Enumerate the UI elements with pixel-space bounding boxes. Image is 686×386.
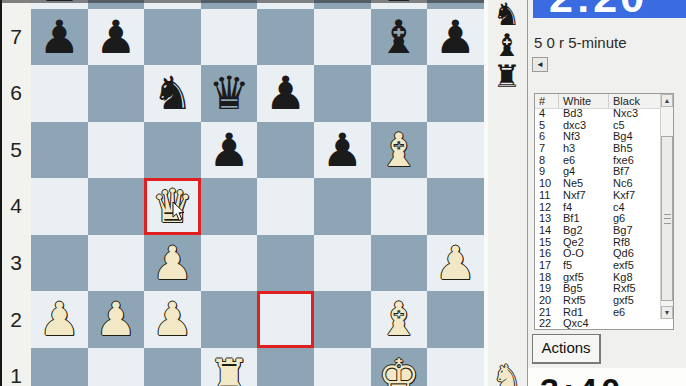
white-move: Nxf7 xyxy=(559,190,609,202)
piece-white-pawn: ♟ xyxy=(31,291,88,348)
white-move: dxc3 xyxy=(559,120,609,132)
move-number: 13 xyxy=(535,213,559,225)
move-row-20[interactable]: 20Rxf5gxf5 xyxy=(535,295,659,307)
square-g2[interactable]: ♝ xyxy=(371,291,428,348)
square-c2[interactable]: ♟ xyxy=(144,291,201,348)
move-number: 18 xyxy=(535,272,559,284)
scrollbar-thumb[interactable] xyxy=(661,136,673,301)
white-clock: 3:40 xyxy=(528,368,686,386)
white-move: f5 xyxy=(559,260,609,272)
move-row-8[interactable]: 8e6fxe6 xyxy=(535,155,659,167)
move-row-5[interactable]: 5dxc3c5 xyxy=(535,120,659,132)
black-move: Rf8 xyxy=(609,237,659,249)
white-move: Bd3 xyxy=(559,108,609,120)
square-a3[interactable] xyxy=(31,235,88,292)
captured-white-knight: ♞ xyxy=(490,360,524,386)
scroll-left-button[interactable]: ◄ xyxy=(532,57,548,72)
white-move: Bf1 xyxy=(559,213,609,225)
square-b3[interactable] xyxy=(88,235,145,292)
square-e5[interactable] xyxy=(257,122,314,179)
square-h1[interactable] xyxy=(427,348,484,386)
move-row-4[interactable]: 4Bd3Nxc3 xyxy=(535,108,659,120)
column-header-number[interactable]: # xyxy=(535,94,559,108)
square-a5[interactable] xyxy=(31,122,88,179)
square-a1[interactable] xyxy=(31,348,88,386)
move-number: 19 xyxy=(535,283,559,295)
move-number: 10 xyxy=(535,178,559,190)
square-d7[interactable] xyxy=(201,9,258,66)
move-row-22[interactable]: 22Qxc4 xyxy=(535,318,659,329)
square-e7[interactable] xyxy=(257,9,314,66)
square-f4[interactable] xyxy=(314,178,371,235)
white-move: Ne5 xyxy=(559,178,609,190)
black-clock-time: 2:20 xyxy=(549,0,647,18)
piece-black-pawn: ♟ xyxy=(88,9,145,66)
white-move: Nf3 xyxy=(559,131,609,143)
square-e4[interactable] xyxy=(257,178,314,235)
panel-main: 2:20 5 0 r 5-minute ◄ # White Black 4Bd3… xyxy=(527,0,686,386)
square-f2[interactable] xyxy=(314,291,371,348)
square-d5[interactable]: ♟ xyxy=(201,122,258,179)
piece-white-pawn: ♟ xyxy=(144,291,201,348)
rank-label-7: 7 xyxy=(2,9,30,66)
square-b5[interactable] xyxy=(88,122,145,179)
rank-label-5: 5 xyxy=(2,122,30,179)
square-c3[interactable]: ♟ xyxy=(144,235,201,292)
black-move: Kg8 xyxy=(609,272,659,284)
square-d2[interactable] xyxy=(201,291,258,348)
move-number: 17 xyxy=(535,260,559,272)
rank-label-1: 1 xyxy=(2,348,30,386)
square-a4[interactable] xyxy=(31,178,88,235)
black-move: fxe6 xyxy=(609,155,659,167)
square-f1[interactable] xyxy=(314,348,371,386)
black-move: c4 xyxy=(609,202,659,214)
square-c1[interactable] xyxy=(144,348,201,386)
captured-pieces-tray: ♞♝♜♞ xyxy=(488,0,527,386)
move-row-7[interactable]: 7h3Bh5 xyxy=(535,143,659,155)
move-number: 16 xyxy=(535,248,559,260)
move-row-18[interactable]: 18gxf5Kg8 xyxy=(535,272,659,284)
time-control-label: 5 0 r 5-minute xyxy=(534,34,627,51)
move-row-19[interactable]: 19Bg5Rxf5 xyxy=(535,283,659,295)
move-row-16[interactable]: 16O-OQd6 xyxy=(535,248,659,260)
white-move: Qxc4 xyxy=(559,318,609,329)
white-move: Rxf5 xyxy=(559,295,609,307)
move-row-10[interactable]: 10Ne5Nc6 xyxy=(535,178,659,190)
square-g7[interactable]: ♝ xyxy=(371,9,428,66)
mouse-cursor-icon xyxy=(172,202,187,227)
move-number: 12 xyxy=(535,202,559,214)
move-row-13[interactable]: 13Bf1g6 xyxy=(535,213,659,225)
black-move: g6 xyxy=(609,213,659,225)
black-move: Rxf5 xyxy=(609,283,659,295)
square-e1[interactable] xyxy=(257,348,314,386)
square-f5[interactable]: ♟ xyxy=(314,122,371,179)
square-a2[interactable]: ♟ xyxy=(31,291,88,348)
move-number: 21 xyxy=(535,307,559,319)
white-move: g4 xyxy=(559,166,609,178)
black-move: Bf7 xyxy=(609,166,659,178)
square-e3[interactable] xyxy=(257,235,314,292)
white-move: h3 xyxy=(559,143,609,155)
piece-black-pawn: ♟ xyxy=(427,9,484,66)
move-number: 9 xyxy=(535,166,559,178)
square-f6[interactable] xyxy=(314,65,371,122)
square-b6[interactable] xyxy=(88,65,145,122)
piece-white-bishop: ♝ xyxy=(371,122,428,179)
piece-black-queen: ♛ xyxy=(201,65,258,122)
move-number: 11 xyxy=(535,190,559,202)
move-list-scrollbar[interactable]: ▲ ▼ xyxy=(660,94,673,319)
move-number: 22 xyxy=(535,318,559,329)
square-a6[interactable] xyxy=(31,65,88,122)
square-d6[interactable]: ♛ xyxy=(201,65,258,122)
video-top-edge xyxy=(0,0,484,3)
square-b7[interactable]: ♟ xyxy=(88,9,145,66)
square-h7[interactable]: ♟ xyxy=(427,9,484,66)
scrollbar-up-icon[interactable]: ▲ xyxy=(661,94,673,107)
black-move: Bg4 xyxy=(609,131,659,143)
square-h3[interactable]: ♟ xyxy=(427,235,484,292)
black-move xyxy=(609,318,659,329)
square-d1[interactable]: ♜ xyxy=(201,348,258,386)
square-g6[interactable] xyxy=(371,65,428,122)
square-e2[interactable] xyxy=(257,291,314,348)
square-c6[interactable]: ♞ xyxy=(144,65,201,122)
square-d4[interactable] xyxy=(201,178,258,235)
move-list-header: # White Black xyxy=(535,94,673,109)
white-move: Bg2 xyxy=(559,225,609,237)
side-panel: ♞♝♜♞ 2:20 5 0 r 5-minute ◄ # White Black… xyxy=(484,0,686,386)
black-move: Nc6 xyxy=(609,178,659,190)
piece-black-pawn: ♟ xyxy=(257,65,314,122)
black-clock: 2:20 xyxy=(533,0,686,18)
white-move: O-O xyxy=(559,248,609,260)
move-number: 7 xyxy=(535,143,559,155)
move-number: 4 xyxy=(535,108,559,120)
move-row-17[interactable]: 17f5exf5 xyxy=(535,260,659,272)
square-c7[interactable] xyxy=(144,9,201,66)
piece-black-knight: ♞ xyxy=(144,65,201,122)
square-c5[interactable] xyxy=(144,122,201,179)
square-g3[interactable] xyxy=(371,235,428,292)
move-row-6[interactable]: 6Nf3Bg4 xyxy=(535,131,659,143)
square-h4[interactable] xyxy=(427,178,484,235)
move-row-15[interactable]: 15Qe2Rf8 xyxy=(535,237,659,249)
move-row-14[interactable]: 14Bg2Bg7 xyxy=(535,225,659,237)
black-move: exf5 xyxy=(609,260,659,272)
move-row-9[interactable]: 9g4Bf7 xyxy=(535,166,659,178)
chess-app-window: ♜♚♟♟♝♟♞♛♟♟♟♝♛♟♟♟♟♟♝♜♚ 87654321 ♞♝♜♞ 2:20… xyxy=(0,0,686,386)
black-move: c5 xyxy=(609,120,659,132)
square-b4[interactable] xyxy=(88,178,145,235)
captured-black-bishop: ♝ xyxy=(490,28,524,62)
piece-white-pawn: ♟ xyxy=(88,291,145,348)
rank-label-4: 4 xyxy=(2,178,30,235)
square-a7[interactable]: ♟ xyxy=(31,9,88,66)
black-move: gxf5 xyxy=(609,295,659,307)
scrollbar-down-icon[interactable]: ▼ xyxy=(661,306,673,319)
square-g5[interactable]: ♝ xyxy=(371,122,428,179)
scrollbar-grip-icon xyxy=(664,214,671,224)
piece-black-bishop: ♝ xyxy=(371,9,428,66)
black-move: Bg7 xyxy=(609,225,659,237)
white-move: e6 xyxy=(559,155,609,167)
move-number: 20 xyxy=(535,295,559,307)
move-number: 14 xyxy=(535,225,559,237)
black-move: e6 xyxy=(609,307,659,319)
move-row-11[interactable]: 11Nxf7Kxf7 xyxy=(535,190,659,202)
white-move: gxf5 xyxy=(559,272,609,284)
move-number: 6 xyxy=(535,131,559,143)
square-f7[interactable] xyxy=(314,9,371,66)
black-move: Qd6 xyxy=(609,248,659,260)
piece-black-pawn: ♟ xyxy=(314,122,371,179)
move-number: 8 xyxy=(535,155,559,167)
white-move: Bg5 xyxy=(559,283,609,295)
rank-label-2: 2 xyxy=(2,292,30,349)
move-number: 5 xyxy=(535,120,559,132)
square-h6[interactable] xyxy=(427,65,484,122)
square-b1[interactable] xyxy=(88,348,145,386)
piece-white-bishop: ♝ xyxy=(371,291,428,348)
move-row-12[interactable]: 12f4c4 xyxy=(535,202,659,214)
move-row-21[interactable]: 21Rd1e6 xyxy=(535,307,659,319)
rank-label-6: 6 xyxy=(2,65,30,122)
black-move: Kxf7 xyxy=(609,190,659,202)
move-list: # White Black 4Bd3Nxc35dxc3c56Nf3Bg47h3B… xyxy=(534,93,674,330)
white-move: Rd1 xyxy=(559,307,609,319)
piece-white-pawn: ♟ xyxy=(427,235,484,292)
black-move: Bh5 xyxy=(609,143,659,155)
column-header-white[interactable]: White xyxy=(559,94,609,108)
piece-black-pawn: ♟ xyxy=(201,122,258,179)
chess-board: ♜♚♟♟♝♟♞♛♟♟♟♝♛♟♟♟♟♟♝♜♚ xyxy=(31,0,484,386)
white-move: f4 xyxy=(559,202,609,214)
move-number: 15 xyxy=(535,237,559,249)
square-h5[interactable] xyxy=(427,122,484,179)
piece-black-pawn: ♟ xyxy=(31,9,88,66)
captured-black-rook: ♜ xyxy=(490,59,524,93)
piece-white-king: ♚ xyxy=(371,348,428,386)
square-g4[interactable] xyxy=(371,178,428,235)
piece-white-rook: ♜ xyxy=(201,348,258,386)
board-area: ♜♚♟♟♝♟♞♛♟♟♟♝♛♟♟♟♟♟♝♜♚ 87654321 xyxy=(0,0,484,386)
white-clock-time: 3:40 xyxy=(540,371,624,386)
square-e6[interactable]: ♟ xyxy=(257,65,314,122)
white-move: Qe2 xyxy=(559,237,609,249)
rank-label-3: 3 xyxy=(2,235,30,292)
move-rows: 4Bd3Nxc35dxc3c56Nf3Bg47h3Bh58e6fxe69g4Bf… xyxy=(535,108,659,329)
square-f3[interactable] xyxy=(314,235,371,292)
black-move: Nxc3 xyxy=(609,108,659,120)
square-b2[interactable]: ♟ xyxy=(88,291,145,348)
actions-button[interactable]: Actions xyxy=(532,334,601,364)
square-d3[interactable] xyxy=(201,235,258,292)
square-g1[interactable]: ♚ xyxy=(371,348,428,386)
square-h2[interactable] xyxy=(427,291,484,348)
piece-white-pawn: ♟ xyxy=(144,235,201,292)
video-left-edge xyxy=(0,0,2,386)
